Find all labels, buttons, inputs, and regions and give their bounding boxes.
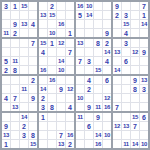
box-r1c2: 2131516101 [39,2,74,37]
cell-r12c7-empty[interactable] [57,103,65,111]
cell-r7c16-empty[interactable] [140,57,148,65]
cell-r15c1-given[interactable]: 13 [2,131,10,139]
cell-r11c8-empty[interactable] [66,94,74,102]
cell-r9c3-empty[interactable] [20,76,28,84]
cell-r5c8-empty[interactable] [66,39,74,47]
cell-r3c7-given[interactable]: 16 [57,20,65,28]
cell-r16c16-given[interactable]: 10 [140,140,148,148]
cell-r12c2-given[interactable]: 13 [11,103,19,111]
cell-r2c8-empty[interactable] [66,11,74,19]
cell-r4c15-empty[interactable] [131,29,139,37]
box-r2c1: 751128 [2,39,37,74]
cell-r4c9-empty[interactable] [76,29,84,37]
cell-r12c15-empty[interactable] [131,103,139,111]
box-r2c3: 13821473415 [76,39,111,74]
box-r4c1: 14921338115 [2,113,37,148]
cell-r16c3-empty[interactable] [20,140,28,148]
cell-r11c16-empty[interactable] [140,94,148,102]
cell-r4c2-given[interactable]: 2 [11,29,19,37]
cell-r3c4-given[interactable]: 4 [29,20,37,28]
cell-r3c9-empty[interactable] [76,20,84,28]
cell-r13c9-given[interactable]: 11 [76,113,84,121]
cell-r9c7-empty[interactable] [57,76,65,84]
cell-r7c12-given[interactable]: 4 [103,57,111,65]
cell-r5c3-empty[interactable] [20,39,28,47]
cell-r12c3-empty[interactable] [20,103,28,111]
cell-r10c15-given[interactable]: 8 [131,85,139,93]
cell-r6c5-given[interactable]: 4 [39,48,47,56]
cell-r9c16-given[interactable]: 13 [140,76,148,84]
cell-r10c9-empty[interactable] [76,85,84,93]
cell-r1c7-empty[interactable] [57,2,65,10]
cell-r4c11-empty[interactable] [94,29,102,37]
cell-r13c13-empty[interactable] [113,113,121,121]
cell-r13c12-empty[interactable] [103,113,111,121]
cell-r16c13-empty[interactable] [113,140,121,148]
cell-r5c15-empty[interactable] [131,39,139,47]
cell-r5c1-empty[interactable] [2,39,10,47]
cell-r8c1-given[interactable]: 2 [2,66,10,74]
cell-r9c1-empty[interactable] [2,76,10,84]
cell-r7c11-empty[interactable] [94,57,102,65]
cell-r6c2-empty[interactable] [11,48,19,56]
cell-r10c2-empty[interactable] [11,85,19,93]
cell-r3c5-empty[interactable] [39,20,47,28]
cell-r6c12-given[interactable]: 14 [103,48,111,56]
cell-r8c2-given[interactable]: 8 [11,66,19,74]
cell-r2c10-given[interactable]: 14 [85,11,93,19]
cell-r2c5-given[interactable]: 13 [39,11,47,19]
cell-r5c9-given[interactable]: 13 [76,39,84,47]
cell-r16c12-empty[interactable] [103,140,111,148]
cell-r12c11-given[interactable]: 11 [94,103,102,111]
cell-r1c6-given[interactable]: 2 [48,2,56,10]
cell-r14c13-given[interactable]: 12 [113,122,121,130]
box-r4c4: 15612137111410 [113,113,148,148]
cell-r6c14-empty[interactable] [122,48,130,56]
cell-r12c4-empty[interactable] [29,103,37,111]
cell-r14c2-empty[interactable] [11,122,19,130]
cell-r11c14-empty[interactable] [122,94,130,102]
cell-r15c2-empty[interactable] [11,131,19,139]
cell-r10c16-given[interactable]: 3 [140,85,148,93]
cell-r4c10-empty[interactable] [85,29,93,37]
cell-r5c7-given[interactable]: 12 [57,39,65,47]
cell-r3c15-empty[interactable] [131,20,139,28]
sudoku-board: 3115913411221315161011610514997231151447… [0,0,150,150]
cell-r8c7-given[interactable]: 10 [57,66,65,74]
cell-r7c15-empty[interactable] [131,57,139,65]
cell-r14c16-empty[interactable] [140,122,148,130]
cell-r6c6-empty[interactable] [48,48,56,56]
cell-r13c10-empty[interactable] [85,113,93,121]
cell-r14c5-empty[interactable] [39,122,47,130]
cell-r13c1-empty[interactable] [2,113,10,121]
cell-r5c2-empty[interactable] [11,39,19,47]
cell-r6c8-given[interactable]: 7 [66,48,74,56]
cell-r15c13-empty[interactable] [113,131,121,139]
cell-r6c4-empty[interactable] [29,48,37,56]
cell-r16c8-given[interactable]: 2 [66,140,74,148]
cell-r8c14-empty[interactable] [122,66,130,74]
cell-r16c2-empty[interactable] [11,140,19,148]
cell-r6c11-empty[interactable] [94,48,102,56]
cell-r1c4-empty[interactable] [29,2,37,10]
box-r2c4: 313129614 [113,39,148,74]
cell-r9c4-given[interactable]: 2 [29,76,37,84]
cell-r14c1-given[interactable]: 9 [2,122,10,130]
cell-r15c8-given[interactable]: 16 [66,131,74,139]
cell-r4c6-given[interactable]: 10 [48,29,56,37]
box-r1c1: 31159134112 [2,2,37,37]
cell-r4c13-empty[interactable] [113,29,121,37]
cell-r2c11-empty[interactable] [94,11,102,19]
cell-r10c7-given[interactable]: 9 [57,85,65,93]
cell-r11c7-empty[interactable] [57,94,65,102]
cell-r15c6-empty[interactable] [48,131,56,139]
cell-r2c2-empty[interactable] [11,11,19,19]
cell-r7c10-given[interactable]: 3 [85,57,93,65]
cell-r5c5-given[interactable]: 15 [39,39,47,47]
cell-r2c13-given[interactable]: 2 [113,11,121,19]
cell-r8c3-empty[interactable] [20,66,28,74]
box-r3c1: 21147913 [2,76,37,111]
cell-r16c6-empty[interactable] [48,140,56,148]
cell-r15c4-given[interactable]: 8 [29,131,37,139]
cell-r5c14-given[interactable]: 3 [122,39,130,47]
cell-r2c15-empty[interactable] [131,11,139,19]
cell-r11c15-empty[interactable] [131,94,139,102]
cell-r7c1-given[interactable]: 5 [2,57,10,65]
cell-r15c5-empty[interactable] [39,131,47,139]
cell-r15c3-given[interactable]: 3 [20,131,28,139]
cell-r8c12-empty[interactable] [103,66,111,74]
cell-r8c4-empty[interactable] [29,66,37,74]
cell-r16c4-given[interactable]: 15 [29,140,37,148]
cell-r9c14-empty[interactable] [122,76,130,84]
cell-r9c2-empty[interactable] [11,76,19,84]
cell-r10c11-empty[interactable] [94,85,102,93]
cell-r9c5-empty[interactable] [39,76,47,84]
cell-r1c15-empty[interactable] [131,2,139,10]
cell-r11c1-given[interactable]: 4 [2,94,10,102]
cell-r8c8-empty[interactable] [66,66,74,74]
cell-r6c3-empty[interactable] [20,48,28,56]
cell-r3c14-given[interactable]: 15 [122,20,130,28]
cell-r10c3-given[interactable]: 11 [20,85,28,93]
cell-r8c9-empty[interactable] [76,66,84,74]
cell-r13c4-empty[interactable] [29,113,37,121]
box-r1c3: 16105149 [76,2,111,37]
cell-r2c4-empty[interactable] [29,11,37,19]
cell-r4c8-given[interactable]: 1 [66,29,74,37]
cell-r14c15-given[interactable]: 7 [131,122,139,130]
cell-r12c8-given[interactable]: 4 [66,103,74,111]
cell-r11c10-empty[interactable] [85,94,93,102]
box-r2c2: 1511247141610 [39,39,74,74]
cell-r2c1-empty[interactable] [2,11,10,19]
cell-r11c12-given[interactable]: 12 [103,94,111,102]
cell-r4c4-empty[interactable] [29,29,37,37]
cell-r8c13-given[interactable]: 14 [113,66,121,74]
cell-r12c14-empty[interactable] [122,103,130,111]
cell-r3c1-empty[interactable] [2,20,10,28]
cell-r12c12-given[interactable]: 16 [103,103,111,111]
cell-r12c13-given[interactable]: 7 [113,103,121,111]
cell-r9c11-empty[interactable] [94,76,102,84]
cell-r3c12-empty[interactable] [103,20,111,28]
cell-r15c16-empty[interactable] [140,131,148,139]
cell-r3c11-empty[interactable] [94,20,102,28]
cell-r16c5-empty[interactable] [39,140,47,148]
cell-r13c6-empty[interactable] [48,113,56,121]
cell-r12c9-empty[interactable] [76,103,84,111]
cell-r6c13-given[interactable]: 13 [113,48,121,56]
cell-r10c14-empty[interactable] [122,85,130,93]
cell-r6c10-empty[interactable] [85,48,93,56]
cell-r9c13-empty[interactable] [113,76,121,84]
cell-r3c2-given[interactable]: 9 [11,20,19,28]
cell-r5c10-empty[interactable] [85,39,93,47]
cell-r4c16-empty[interactable] [140,29,148,37]
cell-r1c3-given[interactable]: 15 [20,2,28,10]
cell-r1c14-empty[interactable] [122,2,130,10]
cell-r2c9-given[interactable]: 5 [76,11,84,19]
cell-r8c6-empty[interactable] [48,66,56,74]
cell-r15c10-empty[interactable] [85,131,93,139]
cell-r16c14-given[interactable]: 11 [122,140,130,148]
cell-r1c1-given[interactable]: 3 [2,2,10,10]
cell-r4c5-empty[interactable] [39,29,47,37]
cell-r12c6-given[interactable]: 8 [48,103,56,111]
cell-r8c11-given[interactable]: 15 [94,66,102,74]
cell-r11c2-given[interactable]: 7 [11,94,19,102]
cell-r13c3-given[interactable]: 14 [20,113,28,121]
cell-r5c4-given[interactable]: 7 [29,39,37,47]
cell-r13c7-empty[interactable] [57,113,65,121]
cell-r14c12-empty[interactable] [103,122,111,130]
cell-r6c1-empty[interactable] [2,48,10,56]
cell-r16c1-given[interactable]: 1 [2,140,10,148]
cell-r9c15-given[interactable]: 9 [131,76,139,84]
cell-r16c9-empty[interactable] [76,140,84,148]
cell-r1c11-empty[interactable] [94,2,102,10]
cell-r6c16-given[interactable]: 9 [140,48,148,56]
cell-r4c12-given[interactable]: 9 [103,29,111,37]
cell-r10c10-given[interactable]: 2 [85,85,93,93]
cell-r2c12-empty[interactable] [103,11,111,19]
cell-r2c6-given[interactable]: 15 [48,11,56,19]
cell-r7c14-given[interactable]: 6 [122,57,130,65]
cell-r12c1-empty[interactable] [2,103,10,111]
cell-r6c7-empty[interactable] [57,48,65,56]
cell-r9c12-given[interactable]: 6 [103,76,111,84]
cell-r14c4-empty[interactable] [29,122,37,130]
cell-r4c3-empty[interactable] [20,29,28,37]
cell-r8c5-given[interactable]: 16 [39,66,47,74]
cell-r13c8-empty[interactable] [66,113,74,121]
cell-r15c14-empty[interactable] [122,131,130,139]
cell-r2c14-given[interactable]: 3 [122,11,130,19]
cell-r1c12-empty[interactable] [103,2,111,10]
cell-r11c3-empty[interactable] [20,94,28,102]
cell-r15c11-given[interactable]: 14 [94,131,102,139]
cell-r4c1-given[interactable]: 11 [2,29,10,37]
cell-r16c7-given[interactable]: 13 [57,140,65,148]
cell-r11c13-empty[interactable] [113,94,121,102]
box-r3c4: 913837 [113,76,148,111]
cell-r15c9-empty[interactable] [76,131,84,139]
cell-r14c3-given[interactable]: 2 [20,122,28,130]
cell-r1c5-empty[interactable] [39,2,47,10]
cell-r13c14-empty[interactable] [122,113,130,121]
cell-r7c7-given[interactable]: 14 [57,57,65,65]
cell-r10c13-empty[interactable] [113,85,121,93]
cell-r10c6-empty[interactable] [48,85,56,93]
cell-r7c5-empty[interactable] [39,57,47,65]
cell-r10c12-empty[interactable] [103,85,111,93]
cell-r8c10-empty[interactable] [85,66,93,74]
cell-r3c6-empty[interactable] [48,20,56,28]
cell-r12c16-empty[interactable] [140,103,148,111]
cell-r7c8-empty[interactable] [66,57,74,65]
cell-r16c15-given[interactable]: 14 [131,140,139,148]
cell-r3c13-empty[interactable] [113,20,121,28]
cell-r3c16-given[interactable]: 14 [140,20,148,28]
cell-r14c8-empty[interactable] [66,122,74,130]
cell-r14c14-given[interactable]: 13 [122,122,130,130]
cell-r7c3-empty[interactable] [20,57,28,65]
cell-r4c7-empty[interactable] [57,29,65,37]
cell-r3c8-empty[interactable] [66,20,74,28]
cell-r14c11-empty[interactable] [94,122,102,130]
cell-r10c4-empty[interactable] [29,85,37,93]
cell-r14c6-empty[interactable] [48,122,56,130]
cell-r10c5-given[interactable]: 14 [39,85,47,93]
cell-r11c11-empty[interactable] [94,94,102,102]
box-r3c2: 16149122384 [39,76,74,111]
cell-r14c10-given[interactable]: 6 [85,122,93,130]
cell-r2c7-empty[interactable] [57,11,65,19]
cell-r16c11-given[interactable]: 16 [94,140,102,148]
cell-r7c2-given[interactable]: 11 [11,57,19,65]
cell-r16c10-empty[interactable] [85,140,93,148]
cell-r4c14-given[interactable]: 4 [122,29,130,37]
cell-r14c9-empty[interactable] [76,122,84,130]
box-r3c3: 462101291116 [76,76,111,111]
cell-r2c3-empty[interactable] [20,11,28,19]
cell-r6c9-empty[interactable] [76,48,84,56]
cell-r13c16-given[interactable]: 6 [140,113,148,121]
cell-r3c3-given[interactable]: 13 [20,20,28,28]
cell-r10c1-empty[interactable] [2,85,10,93]
cell-r14c7-empty[interactable] [57,122,65,130]
cell-r11c5-given[interactable]: 2 [39,94,47,102]
cell-r1c9-given[interactable]: 16 [76,2,84,10]
cell-r12c5-given[interactable]: 3 [39,103,47,111]
cell-r5c6-given[interactable]: 1 [48,39,56,47]
cell-r5c12-given[interactable]: 2 [103,39,111,47]
cell-r5c11-given[interactable]: 8 [94,39,102,47]
cell-r2c16-given[interactable]: 1 [140,11,148,19]
cell-r1c16-given[interactable]: 7 [140,2,148,10]
cell-r9c10-given[interactable]: 4 [85,76,93,84]
cell-r9c8-empty[interactable] [66,76,74,84]
cell-r12c10-given[interactable]: 9 [85,103,93,111]
cell-r6c15-given[interactable]: 12 [131,48,139,56]
cell-r9c9-empty[interactable] [76,76,84,84]
cell-r7c9-given[interactable]: 7 [76,57,84,65]
cell-r11c4-given[interactable]: 9 [29,94,37,102]
cell-r11c9-given[interactable]: 10 [76,94,84,102]
cell-r15c12-given[interactable]: 10 [103,131,111,139]
box-r4c2: 1716132 [39,113,74,148]
cell-r13c2-empty[interactable] [11,113,19,121]
cell-r13c11-given[interactable]: 9 [94,113,102,121]
cell-r11c6-empty[interactable] [48,94,56,102]
cell-r3c10-empty[interactable] [85,20,93,28]
cell-r1c2-given[interactable]: 1 [11,2,19,10]
box-r4c3: 1196141016 [76,113,111,148]
cell-r5c13-empty[interactable] [113,39,121,47]
cell-r13c5-given[interactable]: 1 [39,113,47,121]
cell-r1c10-given[interactable]: 10 [85,2,93,10]
box-r1c4: 9723115144 [113,2,148,37]
cell-r15c15-empty[interactable] [131,131,139,139]
cell-r8c16-empty[interactable] [140,66,148,74]
cell-r7c6-empty[interactable] [48,57,56,65]
cell-r7c4-empty[interactable] [29,57,37,65]
cell-r9c6-given[interactable]: 16 [48,76,56,84]
cell-r10c8-given[interactable]: 12 [66,85,74,93]
cell-r15c7-given[interactable]: 7 [57,131,65,139]
cell-r1c8-empty[interactable] [66,2,74,10]
cell-r1c13-given[interactable]: 9 [113,2,121,10]
cell-r7c13-empty[interactable] [113,57,121,65]
cell-r5c16-empty[interactable] [140,39,148,47]
cell-r8c15-empty[interactable] [131,66,139,74]
cell-r13c15-given[interactable]: 15 [131,113,139,121]
